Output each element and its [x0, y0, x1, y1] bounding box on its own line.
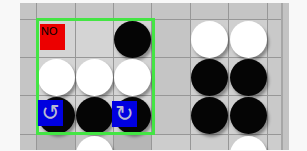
cell-r4c0[interactable] — [20, 135, 37, 150]
cell-r1c0[interactable] — [20, 20, 37, 58]
white-stone — [76, 136, 113, 151]
cell-r0c4[interactable] — [152, 3, 191, 20]
cell-r4c2[interactable] — [76, 135, 114, 150]
cell-r2c1[interactable] — [37, 58, 76, 96]
board-viewport: NO↺↻ — [20, 3, 281, 150]
black-stone — [191, 97, 228, 134]
cell-r1c6[interactable] — [229, 20, 268, 58]
cell-r1c2[interactable] — [76, 20, 114, 58]
cell-r2c6[interactable] — [229, 58, 268, 96]
cell-r0c0[interactable] — [20, 3, 37, 20]
cell-r2c0[interactable] — [20, 58, 37, 96]
cell-r3c2[interactable] — [76, 96, 114, 135]
cell-r1c3[interactable] — [114, 20, 152, 58]
cell-r3c7[interactable] — [268, 96, 281, 135]
cell-r0c3[interactable] — [114, 3, 152, 20]
cell-r4c3[interactable] — [114, 135, 152, 150]
cell-r0c6[interactable] — [229, 3, 268, 20]
cell-r3c0[interactable] — [20, 96, 37, 135]
cell-r3c6[interactable] — [229, 96, 268, 135]
cell-r0c7[interactable] — [268, 3, 281, 20]
cell-r4c4[interactable] — [152, 135, 191, 150]
page: { "game": "pentago-style quadrant-rotati… — [0, 0, 307, 150]
board-grid: NO↺↻ — [20, 3, 281, 150]
black-stone — [76, 97, 113, 134]
white-stone — [76, 59, 113, 96]
cell-r3c5[interactable] — [191, 96, 229, 135]
cell-r4c1[interactable] — [37, 135, 76, 150]
white-stone — [38, 59, 75, 96]
vertical-scrollbar[interactable] — [281, 3, 289, 150]
no-move-badge: NO — [40, 24, 65, 50]
white-stone — [191, 21, 228, 58]
cell-r4c5[interactable] — [191, 135, 229, 150]
black-stone — [114, 21, 151, 58]
white-stone — [114, 59, 151, 96]
cell-r3c3[interactable]: ↻ — [114, 96, 152, 135]
cell-r4c6[interactable] — [229, 135, 268, 150]
cell-r2c2[interactable] — [76, 58, 114, 96]
black-stone — [191, 59, 228, 96]
white-stone — [230, 21, 267, 58]
cell-r1c5[interactable] — [191, 20, 229, 58]
white-stone — [230, 136, 267, 151]
rotate-counterclockwise-button[interactable]: ↺ — [38, 100, 63, 126]
cell-r0c2[interactable] — [76, 3, 114, 20]
cell-r2c4[interactable] — [152, 58, 191, 96]
cell-r1c4[interactable] — [152, 20, 191, 58]
rotate-clockwise-button[interactable]: ↻ — [112, 101, 137, 127]
cell-r3c4[interactable] — [152, 96, 191, 135]
black-stone — [230, 97, 267, 134]
cell-r3c1[interactable]: ↺ — [37, 96, 76, 135]
cell-r1c1[interactable]: NO — [37, 20, 76, 58]
black-stone — [230, 59, 267, 96]
cell-r1c7[interactable] — [268, 20, 281, 58]
cell-r2c3[interactable] — [114, 58, 152, 96]
cell-r2c5[interactable] — [191, 58, 229, 96]
cell-r2c7[interactable] — [268, 58, 281, 96]
cell-r0c1[interactable] — [37, 3, 76, 20]
cell-r4c7[interactable] — [268, 135, 281, 150]
cell-r0c5[interactable] — [191, 3, 229, 20]
